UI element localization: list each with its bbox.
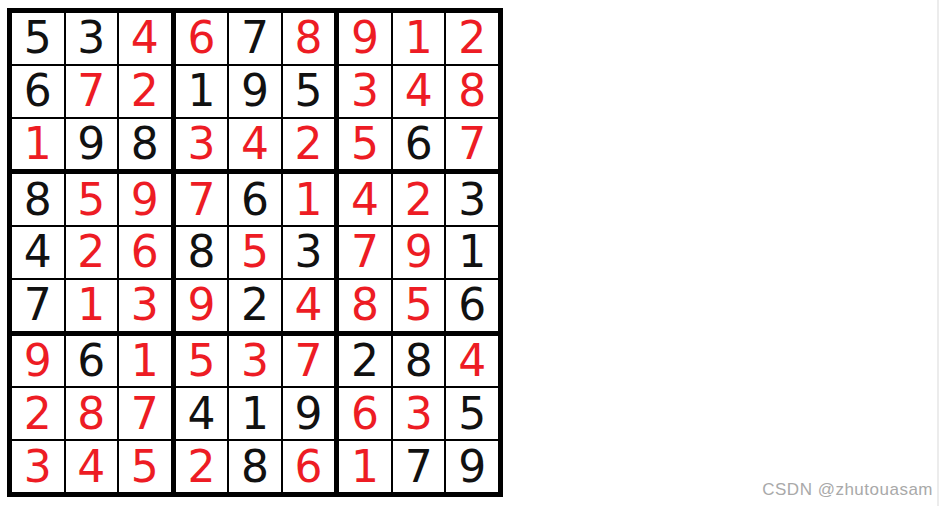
sudoku-box-4: 859426713 bbox=[12, 174, 171, 330]
cell-r7c1: 9 bbox=[12, 336, 64, 387]
cell-r9c2: 4 bbox=[66, 441, 118, 492]
cell-r2c9: 8 bbox=[446, 66, 498, 117]
sudoku-box-8: 537419286 bbox=[176, 336, 335, 492]
cell-r6c3: 3 bbox=[119, 280, 171, 331]
sudoku-box-5: 761853924 bbox=[176, 174, 335, 330]
cell-r1c7: 9 bbox=[339, 13, 391, 64]
cell-r7c5: 3 bbox=[229, 336, 281, 387]
sudoku-box-9: 284635179 bbox=[339, 336, 498, 492]
cell-r5c3: 6 bbox=[119, 227, 171, 278]
cell-r1c5: 7 bbox=[229, 13, 281, 64]
cell-r9c5: 8 bbox=[229, 441, 281, 492]
cell-r9c6: 6 bbox=[283, 441, 335, 492]
cell-r3c4: 3 bbox=[176, 119, 228, 170]
cell-r8c8: 3 bbox=[393, 388, 445, 439]
cell-r7c2: 6 bbox=[66, 336, 118, 387]
sudoku-box-7: 961287345 bbox=[12, 336, 171, 492]
right-edge-line bbox=[937, 0, 939, 506]
cell-r8c4: 4 bbox=[176, 388, 228, 439]
cell-r6c6: 4 bbox=[283, 280, 335, 331]
cell-r1c4: 6 bbox=[176, 13, 228, 64]
cell-r7c7: 2 bbox=[339, 336, 391, 387]
cell-r5c9: 1 bbox=[446, 227, 498, 278]
page: 5346721986781953429123485678594267137618… bbox=[0, 0, 946, 506]
cell-r5c4: 8 bbox=[176, 227, 228, 278]
cell-r2c6: 5 bbox=[283, 66, 335, 117]
cell-r6c4: 9 bbox=[176, 280, 228, 331]
cell-r5c1: 4 bbox=[12, 227, 64, 278]
cell-r4c2: 5 bbox=[66, 174, 118, 225]
sudoku-board: 5346721986781953429123485678594267137618… bbox=[7, 8, 503, 497]
cell-r4c1: 8 bbox=[12, 174, 64, 225]
watermark: CSDN @zhutouasam bbox=[762, 480, 933, 500]
cell-r9c4: 2 bbox=[176, 441, 228, 492]
cell-r2c7: 3 bbox=[339, 66, 391, 117]
cell-r2c4: 1 bbox=[176, 66, 228, 117]
sudoku-box-6: 423791856 bbox=[339, 174, 498, 330]
cell-r4c9: 3 bbox=[446, 174, 498, 225]
cell-r3c5: 4 bbox=[229, 119, 281, 170]
cell-r5c5: 5 bbox=[229, 227, 281, 278]
cell-r9c7: 1 bbox=[339, 441, 391, 492]
cell-r9c9: 9 bbox=[446, 441, 498, 492]
cell-r9c8: 7 bbox=[393, 441, 445, 492]
cell-r8c1: 2 bbox=[12, 388, 64, 439]
cell-r7c4: 5 bbox=[176, 336, 228, 387]
cell-r8c7: 6 bbox=[339, 388, 391, 439]
cell-r3c2: 9 bbox=[66, 119, 118, 170]
cell-r8c9: 5 bbox=[446, 388, 498, 439]
cell-r8c5: 1 bbox=[229, 388, 281, 439]
cell-r3c9: 7 bbox=[446, 119, 498, 170]
cell-r2c1: 6 bbox=[12, 66, 64, 117]
cell-r4c8: 2 bbox=[393, 174, 445, 225]
cell-r7c8: 8 bbox=[393, 336, 445, 387]
cell-r1c1: 5 bbox=[12, 13, 64, 64]
cell-r3c3: 8 bbox=[119, 119, 171, 170]
cell-r2c2: 7 bbox=[66, 66, 118, 117]
cell-r6c1: 7 bbox=[12, 280, 64, 331]
cell-r7c9: 4 bbox=[446, 336, 498, 387]
cell-r4c6: 1 bbox=[283, 174, 335, 225]
cell-r6c2: 1 bbox=[66, 280, 118, 331]
cell-r6c5: 2 bbox=[229, 280, 281, 331]
sudoku-box-2: 678195342 bbox=[176, 13, 335, 169]
cell-r5c6: 3 bbox=[283, 227, 335, 278]
sudoku-box-1: 534672198 bbox=[12, 13, 171, 169]
cell-r2c8: 4 bbox=[393, 66, 445, 117]
cell-r1c8: 1 bbox=[393, 13, 445, 64]
cell-r5c2: 2 bbox=[66, 227, 118, 278]
cell-r1c2: 3 bbox=[66, 13, 118, 64]
cell-r3c7: 5 bbox=[339, 119, 391, 170]
cell-r2c5: 9 bbox=[229, 66, 281, 117]
cell-r4c4: 7 bbox=[176, 174, 228, 225]
cell-r3c6: 2 bbox=[283, 119, 335, 170]
cell-r4c5: 6 bbox=[229, 174, 281, 225]
cell-r9c1: 3 bbox=[12, 441, 64, 492]
cell-r4c7: 4 bbox=[339, 174, 391, 225]
cell-r5c7: 7 bbox=[339, 227, 391, 278]
cell-r8c6: 9 bbox=[283, 388, 335, 439]
cell-r8c2: 8 bbox=[66, 388, 118, 439]
cell-r7c6: 7 bbox=[283, 336, 335, 387]
cell-r3c1: 1 bbox=[12, 119, 64, 170]
cell-r5c8: 9 bbox=[393, 227, 445, 278]
cell-r2c3: 2 bbox=[119, 66, 171, 117]
sudoku-box-3: 912348567 bbox=[339, 13, 498, 169]
cell-r7c3: 1 bbox=[119, 336, 171, 387]
cell-r9c3: 5 bbox=[119, 441, 171, 492]
cell-r1c6: 8 bbox=[283, 13, 335, 64]
cell-r6c8: 5 bbox=[393, 280, 445, 331]
cell-r3c8: 6 bbox=[393, 119, 445, 170]
cell-r6c7: 8 bbox=[339, 280, 391, 331]
cell-r4c3: 9 bbox=[119, 174, 171, 225]
cell-r1c9: 2 bbox=[446, 13, 498, 64]
cell-r6c9: 6 bbox=[446, 280, 498, 331]
cell-r1c3: 4 bbox=[119, 13, 171, 64]
cell-r8c3: 7 bbox=[119, 388, 171, 439]
